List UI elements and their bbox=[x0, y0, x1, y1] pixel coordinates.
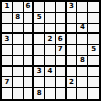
given-digit: 4 bbox=[48, 68, 53, 75]
cell-r2c7[interactable] bbox=[67, 13, 78, 24]
cell-r9c4[interactable]: 8 bbox=[34, 88, 45, 99]
cell-r6c3[interactable] bbox=[24, 56, 35, 67]
cell-r6c8[interactable]: 8 bbox=[77, 56, 88, 67]
given-digit: 1 bbox=[4, 3, 9, 10]
cell-r3c2[interactable] bbox=[13, 24, 24, 35]
cell-r9c2[interactable] bbox=[13, 88, 24, 99]
cell-r8c7[interactable]: 2 bbox=[67, 77, 78, 88]
cell-r7c6[interactable] bbox=[56, 67, 67, 78]
cell-r6c1[interactable] bbox=[2, 56, 13, 67]
cell-r2c3[interactable] bbox=[24, 13, 35, 24]
cell-r7c4[interactable]: 3 bbox=[34, 67, 45, 78]
cell-r4c6[interactable]: 6 bbox=[56, 34, 67, 45]
given-digit: 2 bbox=[69, 78, 74, 85]
given-digit: 4 bbox=[80, 24, 85, 31]
cell-r8c1[interactable]: 7 bbox=[2, 77, 13, 88]
cell-r4c1[interactable]: 3 bbox=[2, 34, 13, 45]
cell-r1c2[interactable] bbox=[13, 2, 24, 13]
cell-r6c4[interactable] bbox=[34, 56, 45, 67]
cell-r3c5[interactable] bbox=[45, 24, 56, 35]
cell-r1c8[interactable] bbox=[77, 2, 88, 13]
cell-r2c5[interactable] bbox=[45, 13, 56, 24]
cell-r9c3[interactable] bbox=[24, 88, 35, 99]
cell-r9c6[interactable] bbox=[56, 88, 67, 99]
cell-r8c6[interactable] bbox=[56, 77, 67, 88]
cell-r2c1[interactable] bbox=[2, 13, 13, 24]
cell-r5c3[interactable] bbox=[24, 45, 35, 56]
cell-r8c4[interactable] bbox=[34, 77, 45, 88]
cell-r1c1[interactable]: 1 bbox=[2, 2, 13, 13]
cell-r9c1[interactable] bbox=[2, 88, 13, 99]
cell-r8c8[interactable] bbox=[77, 77, 88, 88]
cell-r5c9[interactable]: 5 bbox=[88, 45, 99, 56]
cell-r5c4[interactable] bbox=[34, 45, 45, 56]
cell-r3c9[interactable] bbox=[88, 24, 99, 35]
cell-r7c2[interactable] bbox=[13, 67, 24, 78]
cell-r9c5[interactable] bbox=[45, 88, 56, 99]
cell-r9c9[interactable] bbox=[88, 88, 99, 99]
given-digit: 8 bbox=[37, 90, 42, 97]
cell-r4c4[interactable] bbox=[34, 34, 45, 45]
cell-r5c5[interactable] bbox=[45, 45, 56, 56]
cell-r1c9[interactable] bbox=[88, 2, 99, 13]
cell-r1c7[interactable]: 3 bbox=[67, 2, 78, 13]
cell-r2c4[interactable]: 5 bbox=[34, 13, 45, 24]
cell-r3c3[interactable] bbox=[24, 24, 35, 35]
given-digit: 3 bbox=[37, 68, 42, 75]
cell-r1c5[interactable] bbox=[45, 2, 56, 13]
given-digit: 6 bbox=[58, 35, 63, 42]
cell-r8c5[interactable] bbox=[45, 77, 56, 88]
cell-r9c8[interactable] bbox=[77, 88, 88, 99]
cell-r2c9[interactable] bbox=[88, 13, 99, 24]
cell-r6c7[interactable] bbox=[67, 56, 78, 67]
cell-r4c5[interactable]: 2 bbox=[45, 34, 56, 45]
given-digit: 8 bbox=[80, 56, 85, 63]
cell-r4c2[interactable] bbox=[13, 34, 24, 45]
cell-r3c7[interactable] bbox=[67, 24, 78, 35]
cell-r2c8[interactable] bbox=[77, 13, 88, 24]
given-digit: 8 bbox=[15, 14, 20, 21]
cell-r5c6[interactable]: 7 bbox=[56, 45, 67, 56]
sudoku-board: 16385432675834728 bbox=[0, 0, 101, 101]
cell-r5c2[interactable] bbox=[13, 45, 24, 56]
given-digit: 7 bbox=[4, 78, 9, 85]
cell-r8c2[interactable] bbox=[13, 77, 24, 88]
cell-r4c3[interactable] bbox=[24, 34, 35, 45]
cell-r7c3[interactable] bbox=[24, 67, 35, 78]
cell-r3c8[interactable]: 4 bbox=[77, 24, 88, 35]
cell-r2c6[interactable] bbox=[56, 13, 67, 24]
cell-r3c6[interactable] bbox=[56, 24, 67, 35]
cell-r7c9[interactable] bbox=[88, 67, 99, 78]
cell-r7c8[interactable] bbox=[77, 67, 88, 78]
cell-r5c1[interactable] bbox=[2, 45, 13, 56]
cell-r7c7[interactable] bbox=[67, 67, 78, 78]
cell-r4c9[interactable] bbox=[88, 34, 99, 45]
cell-r2c2[interactable]: 8 bbox=[13, 13, 24, 24]
cell-r9c7[interactable] bbox=[67, 88, 78, 99]
cell-r8c9[interactable] bbox=[88, 77, 99, 88]
given-digit: 5 bbox=[91, 46, 96, 53]
given-digit: 2 bbox=[48, 35, 53, 42]
cell-r4c8[interactable] bbox=[77, 34, 88, 45]
given-digit: 5 bbox=[37, 14, 42, 21]
cell-r7c5[interactable]: 4 bbox=[45, 67, 56, 78]
cell-r6c5[interactable] bbox=[45, 56, 56, 67]
cell-r3c4[interactable] bbox=[34, 24, 45, 35]
cell-r4c7[interactable] bbox=[67, 34, 78, 45]
cell-r6c2[interactable] bbox=[13, 56, 24, 67]
given-digit: 6 bbox=[26, 3, 31, 10]
cell-r6c6[interactable] bbox=[56, 56, 67, 67]
cell-r6c9[interactable] bbox=[88, 56, 99, 67]
cell-r5c7[interactable] bbox=[67, 45, 78, 56]
cell-r7c1[interactable] bbox=[2, 67, 13, 78]
cell-r1c6[interactable] bbox=[56, 2, 67, 13]
given-digit: 3 bbox=[4, 35, 9, 42]
cell-r1c4[interactable] bbox=[34, 2, 45, 13]
cell-r1c3[interactable]: 6 bbox=[24, 2, 35, 13]
cell-r5c8[interactable] bbox=[77, 45, 88, 56]
cell-r8c3[interactable] bbox=[24, 77, 35, 88]
given-digit: 7 bbox=[58, 46, 63, 53]
given-digit: 3 bbox=[69, 3, 74, 10]
cell-r3c1[interactable] bbox=[2, 24, 13, 35]
